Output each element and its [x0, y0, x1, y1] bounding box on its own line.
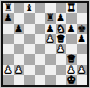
piece-black-rook-e7[interactable]: ♜ [46, 13, 55, 23]
square-d4[interactable] [35, 44, 46, 54]
square-c4[interactable] [24, 44, 35, 54]
square-b6[interactable]: ♟ [14, 24, 25, 34]
piece-black-pawn-h5[interactable]: ♟ [77, 34, 86, 44]
square-d6[interactable] [35, 24, 46, 34]
square-f4[interactable]: ♟ [56, 44, 67, 54]
square-h7[interactable] [77, 13, 88, 23]
square-c1[interactable] [24, 75, 35, 85]
square-e7[interactable]: ♜ [45, 13, 56, 23]
square-a3[interactable] [3, 54, 14, 64]
square-d8[interactable] [35, 3, 46, 13]
piece-white-pawn-f4[interactable]: ♟ [56, 44, 65, 54]
piece-white-pawn-h2[interactable]: ♟ [77, 65, 86, 75]
square-h1[interactable] [77, 75, 88, 85]
square-e6[interactable]: ♟ [45, 24, 56, 34]
piece-white-king-g1[interactable]: ♚ [67, 75, 76, 85]
square-g1[interactable]: ♚ [66, 75, 77, 85]
square-e1[interactable] [45, 75, 56, 85]
square-g6[interactable]: ♟ [66, 24, 77, 34]
square-f5[interactable]: ♛ [56, 34, 67, 44]
piece-white-knight-f6[interactable]: ♞ [56, 24, 65, 34]
piece-black-pawn-b6[interactable]: ♟ [14, 24, 23, 34]
square-f3[interactable] [56, 54, 67, 64]
square-c6[interactable] [24, 24, 35, 34]
piece-black-pawn-g6[interactable]: ♟ [67, 24, 76, 34]
square-b3[interactable] [14, 54, 25, 64]
piece-white-pawn-b2[interactable]: ♟ [14, 65, 23, 75]
piece-white-pawn-e5[interactable]: ♟ [46, 34, 55, 44]
square-c8[interactable]: ♝ [24, 3, 35, 13]
square-e5[interactable]: ♟ [45, 34, 56, 44]
square-b2[interactable]: ♟ [14, 65, 25, 75]
piece-black-pawn-e6[interactable]: ♟ [46, 24, 55, 34]
square-g2[interactable]: ♟ [66, 65, 77, 75]
square-e4[interactable] [45, 44, 56, 54]
square-a2[interactable]: ♟ [3, 65, 14, 75]
chess-board: ♜♝♜♟♜♟♟♟♞♟♚♟♛♟♟♛♟♟♟♟♚ [3, 3, 87, 85]
piece-white-queen-g3[interactable]: ♛ [67, 54, 76, 64]
square-h8[interactable] [77, 3, 88, 13]
square-g3[interactable]: ♛ [66, 54, 77, 64]
square-h5[interactable]: ♟ [77, 34, 88, 44]
piece-white-pawn-g2[interactable]: ♟ [67, 65, 76, 75]
square-b5[interactable] [14, 34, 25, 44]
square-d1[interactable] [35, 75, 46, 85]
square-a7[interactable]: ♟ [3, 13, 14, 23]
square-a5[interactable] [3, 34, 14, 44]
square-h6[interactable]: ♚ [77, 24, 88, 34]
square-h4[interactable] [77, 44, 88, 54]
piece-black-pawn-f7[interactable]: ♟ [56, 13, 65, 23]
square-d5[interactable] [35, 34, 46, 44]
square-e8[interactable] [45, 3, 56, 13]
square-f7[interactable]: ♟ [56, 13, 67, 23]
square-b8[interactable] [14, 3, 25, 13]
square-a4[interactable] [3, 44, 14, 54]
square-c5[interactable] [24, 34, 35, 44]
square-g4[interactable] [66, 44, 77, 54]
square-h3[interactable] [77, 54, 88, 64]
square-d7[interactable] [35, 13, 46, 23]
square-a6[interactable] [3, 24, 14, 34]
piece-white-rook-g8[interactable]: ♜ [67, 3, 76, 13]
square-f1[interactable] [56, 75, 67, 85]
square-c3[interactable] [24, 54, 35, 64]
square-f8[interactable] [56, 3, 67, 13]
square-c2[interactable] [24, 65, 35, 75]
piece-black-king-h6[interactable]: ♚ [77, 24, 86, 34]
square-f6[interactable]: ♞ [56, 24, 67, 34]
square-g8[interactable]: ♜ [66, 3, 77, 13]
square-g5[interactable] [66, 34, 77, 44]
square-b4[interactable] [14, 44, 25, 54]
piece-white-queen-f5[interactable]: ♛ [56, 34, 65, 44]
square-c7[interactable] [24, 13, 35, 23]
square-b7[interactable] [14, 13, 25, 23]
square-d2[interactable] [35, 65, 46, 75]
piece-white-pawn-a2[interactable]: ♟ [4, 65, 13, 75]
square-h2[interactable]: ♟ [77, 65, 88, 75]
square-a1[interactable] [3, 75, 14, 85]
square-e3[interactable] [45, 54, 56, 64]
square-e2[interactable] [45, 65, 56, 75]
square-f2[interactable] [56, 65, 67, 75]
piece-black-pawn-a7[interactable]: ♟ [4, 13, 13, 23]
piece-black-rook-a8[interactable]: ♜ [4, 3, 13, 13]
square-b1[interactable] [14, 75, 25, 85]
square-g7[interactable] [66, 13, 77, 23]
chess-board-frame: ♜♝♜♟♜♟♟♟♞♟♚♟♛♟♟♛♟♟♟♟♚ [1, 1, 89, 87]
square-a8[interactable]: ♜ [3, 3, 14, 13]
piece-black-bishop-c8[interactable]: ♝ [25, 3, 34, 13]
square-d3[interactable] [35, 54, 46, 64]
